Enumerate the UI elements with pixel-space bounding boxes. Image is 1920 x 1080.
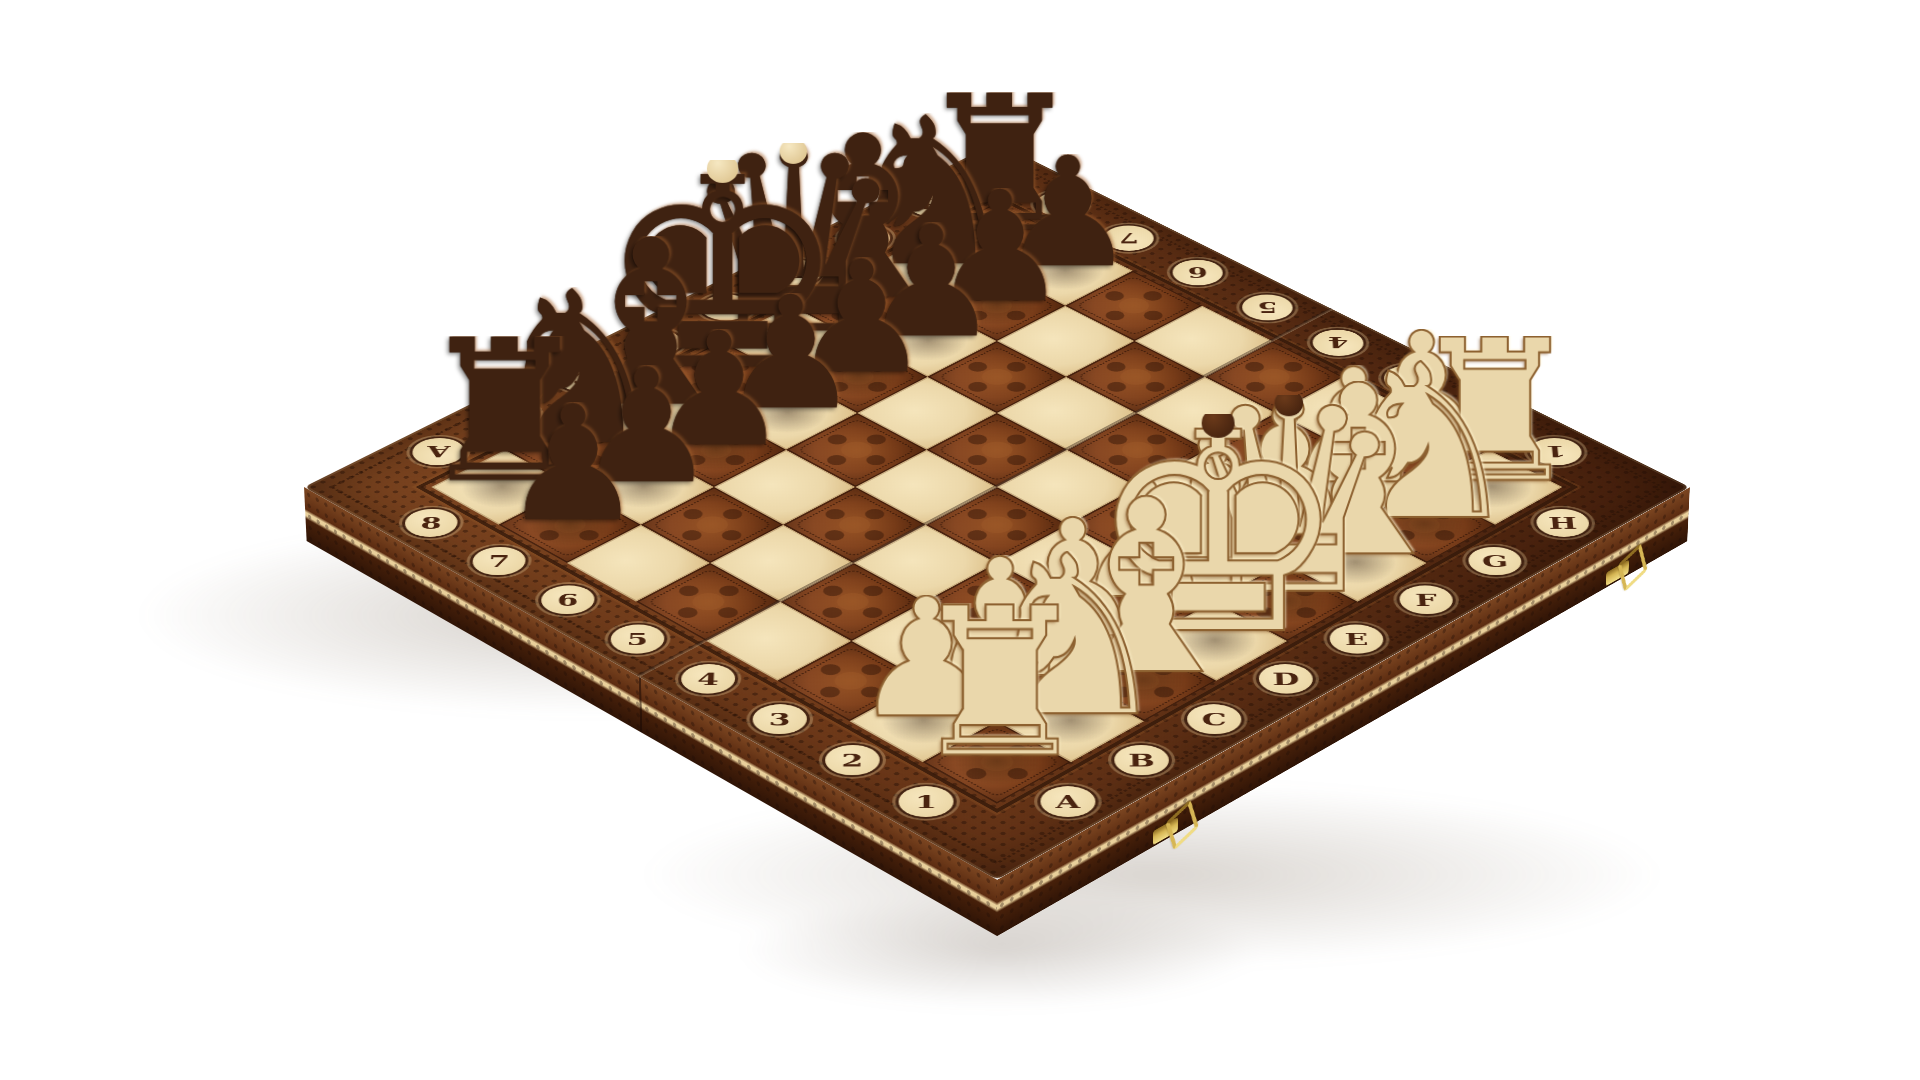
coord-rank-1-near: 1 xyxy=(898,786,953,817)
chess-board: AABBCCDDEEFFGGHH1122334455667788♜♞♝♚♛♝♞♜… xyxy=(304,142,1690,880)
product-photo-stage: AABBCCDDEEFFGGHH1122334455667788♜♞♝♚♛♝♞♜… xyxy=(0,0,1920,1080)
brass-latch-2 xyxy=(1602,541,1644,603)
brass-latch-1 xyxy=(1150,798,1194,863)
piece-black-pawn-a7[interactable]: ♟ xyxy=(401,402,743,526)
piece-white-rook-a1[interactable]: ♜ xyxy=(822,603,1179,763)
